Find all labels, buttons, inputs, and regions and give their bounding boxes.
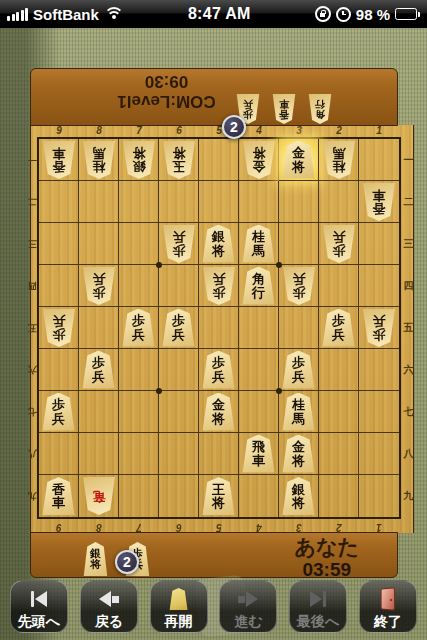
board-cell-4九[interactable] xyxy=(239,475,279,517)
board-cell-5四[interactable]: 歩兵 xyxy=(199,265,239,307)
board-cell-4四[interactable]: 角行 xyxy=(239,265,279,307)
board-cell-7四[interactable] xyxy=(119,265,159,307)
board-cell-7二[interactable] xyxy=(119,181,159,223)
toolbar-button-進む[interactable]: 進む xyxy=(219,580,277,633)
toolbar-button-label: 再開 xyxy=(165,613,193,630)
player-info: あなた 03:59 xyxy=(295,535,359,581)
board-cell-4六[interactable] xyxy=(239,349,279,391)
board-cell-8八[interactable] xyxy=(79,433,119,475)
board-cell-3一[interactable]: 金将 xyxy=(279,139,319,181)
toolbar-button-label: 先頭へ xyxy=(18,613,60,630)
toolbar-button-label: 終了 xyxy=(374,613,402,630)
gote-piece-金将[interactable]: 金将 xyxy=(242,141,276,179)
file-label-3: 3 xyxy=(279,125,319,137)
board-cell-8七[interactable] xyxy=(79,391,119,433)
wifi-icon xyxy=(104,7,124,21)
rank-label-四: 四 xyxy=(30,265,37,307)
captured-count-badge: 2 xyxy=(115,550,139,574)
sente-piece-金将[interactable]: 金将 xyxy=(202,393,236,431)
board-cell-9五[interactable]: 歩兵 xyxy=(39,307,79,349)
status-bar: SoftBank 8:47 AM 98 % xyxy=(0,0,427,28)
battery-icon xyxy=(395,8,420,20)
toolbar-button-再開[interactable]: 再開 xyxy=(150,580,208,633)
toolbar-button-先頭へ[interactable]: 先頭へ xyxy=(10,580,68,633)
board-cell-6九[interactable] xyxy=(159,475,199,517)
gote-piece-玉将[interactable]: 玉将 xyxy=(162,141,196,179)
gote-piece-歩兵[interactable]: 歩兵 xyxy=(282,267,316,305)
board-cell-1五[interactable]: 歩兵 xyxy=(359,307,399,349)
board-cell-2七[interactable] xyxy=(319,391,359,433)
gote-piece-竜[interactable]: 竜 xyxy=(82,477,116,515)
gote-piece-歩兵[interactable]: 歩兵 xyxy=(362,309,396,347)
gote-piece-銀将[interactable]: 銀将 xyxy=(122,141,156,179)
rank-label-一: 一 xyxy=(30,139,37,181)
sente-piece-王将[interactable]: 王将 xyxy=(202,477,236,515)
board-cell-7三[interactable] xyxy=(119,223,159,265)
opponent-clock: 09:30 xyxy=(79,72,254,92)
board-cell-6二[interactable] xyxy=(159,181,199,223)
toolbar-button-最後へ[interactable]: 最後へ xyxy=(289,580,347,633)
game-unit: COM:Level1 09:30 歩兵2香車角行 987654321 香車桂馬銀… xyxy=(30,68,414,578)
opponent-name: COM:Level1 xyxy=(79,92,254,112)
board-cell-5二[interactable] xyxy=(199,181,239,223)
board-cell-1四[interactable] xyxy=(359,265,399,307)
board-cell-3七[interactable]: 桂馬 xyxy=(279,391,319,433)
sente-piece-歩兵[interactable]: 歩兵 xyxy=(162,309,196,347)
skip-to-end-icon xyxy=(310,585,327,613)
file-label-7: 7 xyxy=(119,125,159,137)
sente-piece-歩兵[interactable]: 歩兵 xyxy=(202,351,236,389)
rank-label-一: 一 xyxy=(402,139,415,181)
rank-label-七: 七 xyxy=(402,391,415,433)
board-cell-2四[interactable] xyxy=(319,265,359,307)
star-point xyxy=(156,388,162,394)
board-cell-3六[interactable]: 歩兵 xyxy=(279,349,319,391)
toolbar-button-label: 戻る xyxy=(95,613,123,630)
board-cell-5六[interactable]: 歩兵 xyxy=(199,349,239,391)
opponent-captured-tray: 歩兵2香車角行 xyxy=(236,94,332,124)
rank-label-二: 二 xyxy=(402,181,415,223)
gote-piece-香車[interactable]: 香車 xyxy=(362,183,396,221)
file-label-8: 8 xyxy=(79,125,119,137)
sente-piece-金将[interactable]: 金将 xyxy=(282,141,316,179)
board-cell-3九[interactable]: 銀将 xyxy=(279,475,319,517)
board-cell-4一[interactable]: 金将 xyxy=(239,139,279,181)
file-label-2: 2 xyxy=(319,125,359,137)
exit-door-icon xyxy=(380,585,395,613)
board-cell-6八[interactable] xyxy=(159,433,199,475)
toolbar-button-終了[interactable]: 終了 xyxy=(359,580,417,633)
rank-label-三: 三 xyxy=(402,223,415,265)
board-cell-3三[interactable] xyxy=(279,223,319,265)
board-cell-4八[interactable]: 飛車 xyxy=(239,433,279,475)
sente-piece-桂馬[interactable]: 桂馬 xyxy=(282,393,316,431)
board-cell-1三[interactable] xyxy=(359,223,399,265)
forward-arrow-icon xyxy=(238,585,258,613)
captured-count-badge: 2 xyxy=(222,115,246,139)
board-cell-6四[interactable] xyxy=(159,265,199,307)
board-cell-3五[interactable] xyxy=(279,307,319,349)
status-time: 8:47 AM xyxy=(124,5,315,23)
board-cell-9三[interactable] xyxy=(39,223,79,265)
board-cell-8五[interactable] xyxy=(79,307,119,349)
star-point xyxy=(276,388,282,394)
sente-piece-飛車[interactable]: 飛車 xyxy=(242,435,276,473)
gote-piece-桂馬[interactable]: 桂馬 xyxy=(82,141,116,179)
rank-label-九: 九 xyxy=(30,475,37,517)
board-cell-3二[interactable] xyxy=(279,181,319,223)
board-cell-2三[interactable]: 歩兵 xyxy=(319,223,359,265)
board-cell-4五[interactable] xyxy=(239,307,279,349)
player-captured-tray: 銀将歩兵2 xyxy=(83,542,150,576)
board-cell-6五[interactable]: 歩兵 xyxy=(159,307,199,349)
board-cell-1七[interactable] xyxy=(359,391,399,433)
board-cell-2二[interactable] xyxy=(319,181,359,223)
signal-strength-icon xyxy=(7,8,28,21)
board-cell-5三[interactable]: 銀将 xyxy=(199,223,239,265)
board-cell-9一[interactable]: 香車 xyxy=(39,139,79,181)
sente-piece-銀将[interactable]: 銀将 xyxy=(282,477,316,515)
board-cell-6一[interactable]: 玉将 xyxy=(159,139,199,181)
gote-piece-歩兵[interactable]: 歩兵 xyxy=(82,267,116,305)
board-cell-4七[interactable] xyxy=(239,391,279,433)
board-cell-8四[interactable]: 歩兵 xyxy=(79,265,119,307)
rank-label-八: 八 xyxy=(402,433,415,475)
board-cell-7九[interactable] xyxy=(119,475,159,517)
board-cell-2六[interactable] xyxy=(319,349,359,391)
board-cell-4二[interactable] xyxy=(239,181,279,223)
sente-piece-香車[interactable]: 香車 xyxy=(42,477,76,515)
opponent-info: COM:Level1 09:30 xyxy=(79,72,254,111)
board-cell-9四[interactable] xyxy=(39,265,79,307)
board-cell-6三[interactable]: 歩兵 xyxy=(159,223,199,265)
board-cell-2一[interactable]: 桂馬 xyxy=(319,139,359,181)
board-cell-9二[interactable] xyxy=(39,181,79,223)
board-cell-8三[interactable] xyxy=(79,223,119,265)
rank-label-六: 六 xyxy=(402,349,415,391)
board-cell-9七[interactable]: 歩兵 xyxy=(39,391,79,433)
toolbar-button-戻る[interactable]: 戻る xyxy=(80,580,138,633)
back-arrow-icon xyxy=(99,585,119,613)
board-cell-9八[interactable] xyxy=(39,433,79,475)
board-cell-5七[interactable]: 金将 xyxy=(199,391,239,433)
gote-piece-歩兵[interactable]: 歩兵 xyxy=(42,309,76,347)
board-cell-9九[interactable]: 香車 xyxy=(39,475,79,517)
board-cell-5九[interactable]: 王将 xyxy=(199,475,239,517)
board-cell-1八[interactable] xyxy=(359,433,399,475)
sente-piece-歩兵[interactable]: 歩兵 xyxy=(42,393,76,431)
battery-percent: 98 % xyxy=(356,6,390,23)
star-point xyxy=(276,262,282,268)
board-cell-6七[interactable] xyxy=(159,391,199,433)
board-cell-6六[interactable] xyxy=(159,349,199,391)
star-point xyxy=(156,262,162,268)
board-cell-8一[interactable]: 桂馬 xyxy=(79,139,119,181)
board-cell-1二[interactable]: 香車 xyxy=(359,181,399,223)
alarm-clock-icon xyxy=(336,7,351,22)
board-cell-7八[interactable] xyxy=(119,433,159,475)
board-cell-2八[interactable] xyxy=(319,433,359,475)
rank-coordinates-right: 一二三四五六七八九 xyxy=(402,139,415,517)
sente-piece-金将[interactable]: 金将 xyxy=(282,435,316,473)
board-cell-7六[interactable] xyxy=(119,349,159,391)
board-cell-5八[interactable] xyxy=(199,433,239,475)
rank-label-三: 三 xyxy=(30,223,37,265)
sente-piece-歩兵[interactable]: 歩兵 xyxy=(282,351,316,389)
toolbar-button-label: 最後へ xyxy=(297,613,339,630)
board-cell-3八[interactable]: 金将 xyxy=(279,433,319,475)
rank-label-二: 二 xyxy=(30,181,37,223)
board-cell-1九[interactable] xyxy=(359,475,399,517)
gote-piece-香車[interactable]: 香車 xyxy=(272,94,296,124)
toolbar-button-label: 進む xyxy=(234,613,262,630)
rank-label-四: 四 xyxy=(402,265,415,307)
gote-piece-香車[interactable]: 香車 xyxy=(42,141,76,179)
rank-label-八: 八 xyxy=(30,433,37,475)
board-cell-7一[interactable]: 銀将 xyxy=(119,139,159,181)
rank-label-九: 九 xyxy=(402,475,415,517)
board-cell-1一[interactable] xyxy=(359,139,399,181)
board-cell-2九[interactable] xyxy=(319,475,359,517)
sente-piece-歩兵[interactable]: 歩兵 xyxy=(82,351,116,389)
file-label-6: 6 xyxy=(159,125,199,137)
sente-piece-角行[interactable]: 角行 xyxy=(242,267,276,305)
board-cell-4三[interactable]: 桂馬 xyxy=(239,223,279,265)
sente-piece-歩兵[interactable]: 歩兵 xyxy=(322,309,356,347)
gote-piece-歩兵[interactable]: 歩兵 xyxy=(202,267,236,305)
gote-piece-歩兵[interactable]: 歩兵 xyxy=(322,225,356,263)
sente-piece-銀将[interactable]: 銀将 xyxy=(202,225,236,263)
gote-piece-桂馬[interactable]: 桂馬 xyxy=(322,141,356,179)
gote-piece-角行[interactable]: 角行 xyxy=(308,94,332,124)
shogi-board: 987654321 香車桂馬銀将玉将金将金将桂馬香車歩兵銀将桂馬歩兵歩兵歩兵角行… xyxy=(30,125,414,533)
board-cell-2五[interactable]: 歩兵 xyxy=(319,307,359,349)
board-cell-7七[interactable] xyxy=(119,391,159,433)
file-coordinates-top: 987654321 xyxy=(39,125,399,137)
board-cell-3四[interactable]: 歩兵 xyxy=(279,265,319,307)
rank-label-六: 六 xyxy=(30,349,37,391)
rank-label-五: 五 xyxy=(402,307,415,349)
carrier-label: SoftBank xyxy=(33,6,99,23)
board-cell-8九[interactable]: 竜 xyxy=(79,475,119,517)
opponent-panel: COM:Level1 09:30 歩兵2香車角行 xyxy=(30,68,398,126)
gote-piece-歩兵[interactable]: 歩兵 xyxy=(162,225,196,263)
file-label-9: 9 xyxy=(39,125,79,137)
player-name: あなた xyxy=(295,535,359,559)
board-cell-5五[interactable] xyxy=(199,307,239,349)
board-cell-7五[interactable]: 歩兵 xyxy=(119,307,159,349)
rotation-lock-icon xyxy=(315,6,331,22)
sente-piece-銀将[interactable]: 銀将 xyxy=(83,542,108,576)
board-cell-9六[interactable] xyxy=(39,349,79,391)
player-clock: 03:59 xyxy=(295,559,359,581)
board-cell-8六[interactable]: 歩兵 xyxy=(79,349,119,391)
sente-piece-歩兵[interactable]: 歩兵 xyxy=(122,309,156,347)
file-label-1: 1 xyxy=(359,125,399,137)
rank-label-七: 七 xyxy=(30,391,37,433)
review-toolbar: 先頭へ戻る再開進む最後へ終了 xyxy=(0,580,427,636)
iphone-screen: SoftBank 8:47 AM 98 % COM:Level1 09:30 歩… xyxy=(0,0,427,640)
sente-piece-桂馬[interactable]: 桂馬 xyxy=(242,225,276,263)
board-cell-8二[interactable] xyxy=(79,181,119,223)
board-cell-5一[interactable] xyxy=(199,139,239,181)
board-cell-1六[interactable] xyxy=(359,349,399,391)
skip-to-start-icon xyxy=(31,585,48,613)
player-panel: 銀将歩兵2 あなた 03:59 xyxy=(30,532,398,578)
resume-piece-icon xyxy=(169,585,188,613)
rank-label-五: 五 xyxy=(30,307,37,349)
board-grid: 香車桂馬銀将玉将金将金将桂馬香車歩兵銀将桂馬歩兵歩兵歩兵角行歩兵歩兵歩兵歩兵歩兵… xyxy=(37,137,401,519)
rank-coordinates-left: 一二三四五六七八九 xyxy=(30,139,37,517)
